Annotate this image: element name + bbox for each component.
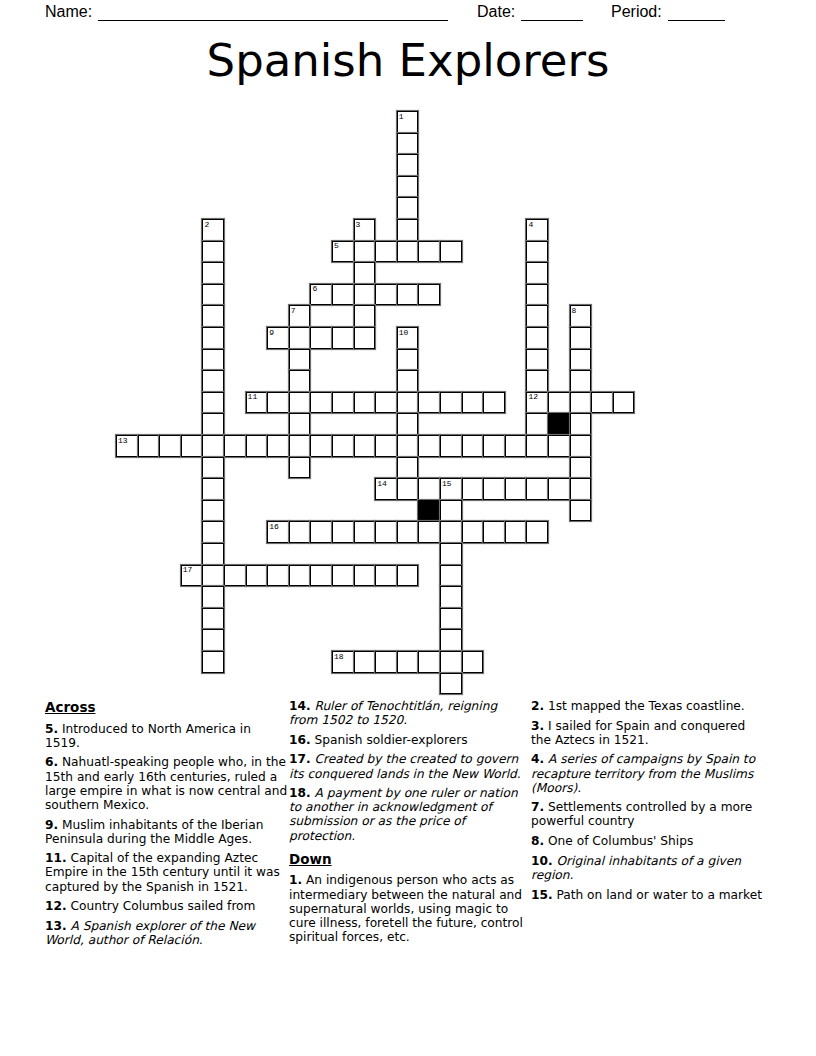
cell-number-7: 7 [291,307,296,315]
grid-cell[interactable] [202,413,224,435]
cell-number-17: 17 [183,566,193,574]
clue-number: 6. [45,755,58,769]
grid-cell[interactable] [397,435,419,457]
clue-number: 3. [531,719,544,733]
grid-cell[interactable] [418,284,440,306]
clue-4: 4. A series of campaigns by Spain to rec… [531,752,769,794]
grid-cell[interactable] [440,651,462,673]
grid-cell[interactable] [483,435,505,457]
grid-cell[interactable] [418,435,440,457]
grid-cell[interactable] [375,284,397,306]
grid-cell[interactable] [483,521,505,543]
clue-text: Ruler of Tenochtitlán, reigning from 150… [289,699,497,727]
grid-cell[interactable] [246,565,268,587]
clue-2: 2. 1st mapped the Texas coastline. [531,699,769,713]
cell-number-3: 3 [356,221,361,229]
clue-14: 14. Ruler of Tenochtitlán, reigning from… [289,699,529,727]
period-field: Period: [611,3,725,21]
clue-column-middle: 14. Ruler of Tenochtitlán, reigning from… [289,699,529,950]
grid-cell[interactable] [397,413,419,435]
clue-number: 17. [289,752,311,766]
grid-cell[interactable] [289,327,311,349]
grid-cell[interactable] [375,435,397,457]
period-blank-line [668,4,725,21]
grid-cell[interactable] [440,586,462,608]
cell-number-6: 6 [312,285,317,293]
cell-number-8: 8 [572,307,577,315]
period-label: Period: [611,3,662,20]
grid-cell[interactable] [570,457,592,479]
clue-text: Created by the created to govern its con… [289,752,521,780]
grid-cell[interactable] [570,500,592,522]
clue-17: 17. Created by the created to govern its… [289,752,529,780]
grid-cell[interactable] [613,392,635,414]
grid-cell[interactable] [202,478,224,500]
grid-cell[interactable] [548,435,570,457]
grid-cell[interactable] [526,284,548,306]
grid-cell[interactable] [440,392,462,414]
clue-text: Original inhabitants of a given region. [531,854,741,882]
name-field: Name: [45,3,448,21]
clue-3: 3. I sailed for Spain and conquered the … [531,719,769,747]
grid-cell[interactable] [418,478,440,500]
grid-cell[interactable] [548,478,570,500]
clue-number: 16. [289,733,311,747]
grid-cell[interactable] [462,478,484,500]
cell-number-9: 9 [269,329,274,337]
clue-number: 11. [45,851,67,865]
grid-cell[interactable] [548,392,570,414]
grid-cell[interactable] [570,435,592,457]
cell-number-4: 4 [528,221,533,229]
grid-cell[interactable] [267,435,289,457]
grid-cell[interactable] [418,392,440,414]
grid-cell[interactable] [354,435,376,457]
grid-cell[interactable] [526,262,548,284]
grid-cell[interactable] [375,565,397,587]
grid-cell[interactable] [224,565,246,587]
clue-number: 10. [531,854,553,868]
grid-cell[interactable] [202,521,224,543]
clue-text: An indigenous person who acts as interme… [289,873,523,944]
grid-cell[interactable] [440,241,462,263]
grid-cell[interactable] [440,543,462,565]
clue-9: 9. Muslim inhabitants of the Iberian Pen… [45,818,288,846]
grid-cell[interactable] [332,565,354,587]
grid-cell[interactable] [310,565,332,587]
grid-cell[interactable] [505,521,527,543]
clue-7: 7. Settlements controlled by a more powe… [531,800,769,828]
clue-11: 11. Capital of the expanding Aztec Empir… [45,851,288,893]
grid-cell[interactable] [397,565,419,587]
grid-cell[interactable] [418,521,440,543]
down-header: Down [289,852,529,868]
clue-13: 13. A Spanish explorer of the New World,… [45,919,288,947]
grid-cell[interactable] [202,543,224,565]
clue-section: 2. 1st mapped the Texas coastline.3. I s… [531,699,769,902]
grid-cell[interactable] [440,500,462,522]
clue-number: 8. [531,834,544,848]
grid-cell[interactable] [181,435,203,457]
clue-column-down: 2. 1st mapped the Texas coastline.3. I s… [531,699,769,907]
clue-number: 15. [531,888,553,902]
clue-text: A series of campaigns by Spain to recapt… [531,752,755,794]
grid-cell[interactable] [397,457,419,479]
grid-cell[interactable] [267,392,289,414]
clue-text: 1st mapped the Texas coastline. [544,699,745,713]
clue-16: 16. Spanish soldier-explorers [289,733,529,747]
name-label: Name: [45,3,92,20]
grid-cell[interactable] [202,370,224,392]
grid-cell[interactable] [267,565,289,587]
grid-cell[interactable] [354,521,376,543]
grid-cell[interactable] [354,305,376,327]
grid-cell[interactable] [202,305,224,327]
clue-6: 6. Nahuatl-speaking people who, in the 1… [45,755,288,812]
grid-cell[interactable] [440,629,462,651]
clue-section: Down1. An indigenous person who acts as … [289,852,529,944]
page-title: Spanish Explorers [0,34,816,87]
clue-text: Muslim inhabitants of the Iberian Penins… [45,818,263,846]
name-blank-line [98,4,448,21]
grid-cell[interactable] [354,327,376,349]
black-cell [548,413,570,435]
clue-8: 8. One of Columbus' Ships [531,834,769,848]
grid-cell[interactable] [397,133,419,155]
clue-number: 18. [289,786,311,800]
clue-text: Country Columbus sailed from [67,899,256,913]
grid-cell[interactable] [526,521,548,543]
grid-cell[interactable] [332,284,354,306]
clue-text: Settlements controlled by a more powerfu… [531,800,752,828]
cell-number-10: 10 [399,329,409,337]
clue-text: One of Columbus' Ships [544,834,693,848]
clue-number: 12. [45,899,67,913]
worksheet-page: { "header": { "name_label": "Name:", "da… [0,0,816,1056]
grid-cell[interactable] [397,370,419,392]
clue-number: 4. [531,752,544,766]
cell-number-12: 12 [528,393,538,401]
grid-cell[interactable] [526,241,548,263]
grid-cell[interactable] [526,413,548,435]
grid-cell[interactable] [202,435,224,457]
clue-5: 5. Introduced to North America in 1519. [45,722,288,750]
grid-cell[interactable] [570,349,592,371]
grid-cell[interactable] [289,457,311,479]
grid-cell[interactable] [310,327,332,349]
grid-cell[interactable] [397,521,419,543]
grid-cell[interactable] [570,392,592,414]
grid-cell[interactable] [462,392,484,414]
grid-cell[interactable] [202,651,224,673]
grid-cell[interactable] [440,435,462,457]
clue-section: 14. Ruler of Tenochtitlán, reigning from… [289,699,529,843]
grid-cell[interactable] [526,435,548,457]
clue-1: 1. An indigenous person who acts as inte… [289,873,529,944]
grid-cell[interactable] [202,349,224,371]
clue-text: A payment by one ruler or nation to anot… [289,786,518,842]
cell-number-18: 18 [334,653,344,661]
clue-number: 5. [45,722,58,736]
grid-cell[interactable] [526,327,548,349]
clue-18: 18. A payment by one ruler or nation to … [289,786,529,843]
grid-cell[interactable] [526,349,548,371]
grid-cell[interactable] [397,284,419,306]
grid-cell[interactable] [354,565,376,587]
grid-cell[interactable] [332,327,354,349]
grid-cell[interactable] [354,262,376,284]
grid-cell[interactable] [202,629,224,651]
clue-section: Across5. Introduced to North America in … [45,700,288,947]
clue-text: Path on land or water to a market [553,888,762,902]
grid-cell[interactable] [483,392,505,414]
grid-cell[interactable] [570,327,592,349]
grid-cell[interactable] [202,262,224,284]
grid-cell[interactable] [354,651,376,673]
grid-cell[interactable] [138,435,160,457]
grid-cell[interactable] [526,478,548,500]
clue-number: 7. [531,800,544,814]
grid-cell[interactable] [289,565,311,587]
grid-cell[interactable] [591,392,613,414]
date-blank-line [521,4,583,21]
grid-cell[interactable] [202,284,224,306]
grid-cell[interactable] [332,521,354,543]
clue-text: Nahuatl-speaking people who, in the 15th… [45,755,287,811]
grid-cell[interactable] [202,327,224,349]
grid-cell[interactable] [375,521,397,543]
clue-text: Introduced to North America in 1519. [45,722,251,750]
grid-cell[interactable] [310,521,332,543]
grid-cell[interactable] [418,241,440,263]
crossword-grid: 123456789101112131415161718 [116,111,634,694]
clue-text: Capital of the expanding Aztec Empire in… [45,851,280,893]
clue-column-across: Across5. Introduced to North America in … [45,700,288,953]
grid-cell[interactable] [505,435,527,457]
grid-cell[interactable] [397,349,419,371]
date-field: Date: [477,3,583,21]
clue-number: 9. [45,818,58,832]
grid-cell[interactable] [354,392,376,414]
grid-cell[interactable] [354,284,376,306]
clue-15: 15. Path on land or water to a market [531,888,769,902]
clue-text: A Spanish explorer of the New World, aut… [45,919,255,947]
date-label: Date: [477,3,515,20]
grid-cell[interactable] [570,370,592,392]
grid-cell[interactable] [397,219,419,241]
cell-number-1: 1 [399,113,404,121]
grid-cell[interactable] [289,349,311,371]
grid-cell[interactable] [202,457,224,479]
grid-cell[interactable] [159,435,181,457]
grid-cell[interactable] [397,197,419,219]
cell-number-16: 16 [269,523,279,531]
cell-number-15: 15 [442,480,452,488]
grid-cell[interactable] [354,241,376,263]
grid-cell[interactable] [397,176,419,198]
grid-cell[interactable] [397,241,419,263]
grid-cell[interactable] [332,435,354,457]
grid-cell[interactable] [440,565,462,587]
grid-cell[interactable] [462,521,484,543]
cell-number-5: 5 [334,242,339,250]
black-cell [418,500,440,522]
cell-number-13: 13 [118,437,128,445]
grid-cell[interactable] [202,500,224,522]
grid-cell[interactable] [397,478,419,500]
grid-cell[interactable] [483,478,505,500]
clue-12: 12. Country Columbus sailed from [45,899,288,913]
grid-cell[interactable] [440,608,462,630]
grid-cell[interactable] [289,435,311,457]
grid-cell[interactable] [440,521,462,543]
grid-cell[interactable] [202,241,224,263]
grid-cell[interactable] [224,435,246,457]
grid-cell[interactable] [289,392,311,414]
across-header: Across [45,700,288,716]
cell-number-11: 11 [248,393,258,401]
clue-number: 14. [289,699,311,713]
grid-cell[interactable] [375,392,397,414]
clue-text: I sailed for Spain and conquered the Azt… [531,719,745,747]
grid-cell[interactable] [202,565,224,587]
grid-cell[interactable] [202,392,224,414]
cell-number-14: 14 [377,480,387,488]
grid-cell[interactable] [397,392,419,414]
grid-cell[interactable] [202,586,224,608]
grid-cell[interactable] [526,305,548,327]
grid-cell[interactable] [289,413,311,435]
grid-cell[interactable] [332,392,354,414]
clue-number: 2. [531,699,544,713]
clue-number: 1. [289,873,302,887]
grid-cell[interactable] [246,435,268,457]
grid-cell[interactable] [375,651,397,673]
grid-cell[interactable] [310,435,332,457]
grid-cell[interactable] [375,241,397,263]
clue-text: Spanish soldier-explorers [311,733,468,747]
grid-cell[interactable] [462,435,484,457]
grid-cell[interactable] [310,392,332,414]
cell-number-2: 2 [204,221,209,229]
grid-cell[interactable] [418,651,440,673]
grid-cell[interactable] [526,370,548,392]
clue-number: 13. [45,919,67,933]
grid-cell[interactable] [462,651,484,673]
grid-cell[interactable] [289,370,311,392]
grid-cell[interactable] [440,673,462,695]
grid-cell[interactable] [570,478,592,500]
grid-cell[interactable] [505,478,527,500]
grid-cell[interactable] [397,154,419,176]
grid-cell[interactable] [289,521,311,543]
clue-10: 10. Original inhabitants of a given regi… [531,854,769,882]
grid-cell[interactable] [570,413,592,435]
grid-cell[interactable] [202,608,224,630]
grid-cell[interactable] [397,651,419,673]
